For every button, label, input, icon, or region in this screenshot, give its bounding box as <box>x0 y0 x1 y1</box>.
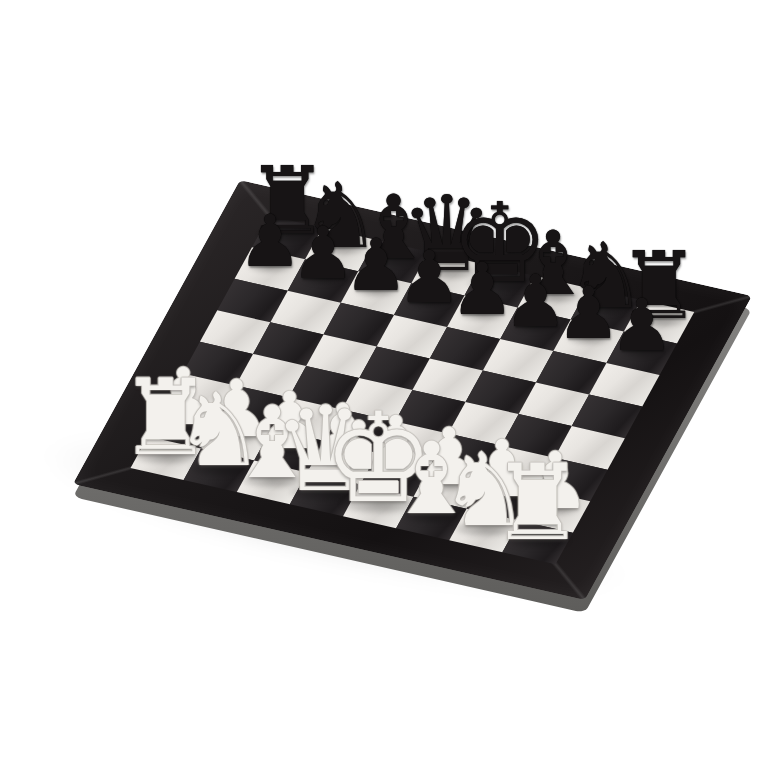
chess-set-photo: ♜♞♝♛♚♝♞♜♟♟♟♟♟♟♟♟♟♟♟♟♟♟♟♟♜♞♝♛♚♝♞♜ <box>0 0 767 767</box>
piece-black-pawn-h7[interactable]: ♟ <box>609 290 674 362</box>
piece-white-rook-h1[interactable]: ♜ <box>491 450 585 555</box>
